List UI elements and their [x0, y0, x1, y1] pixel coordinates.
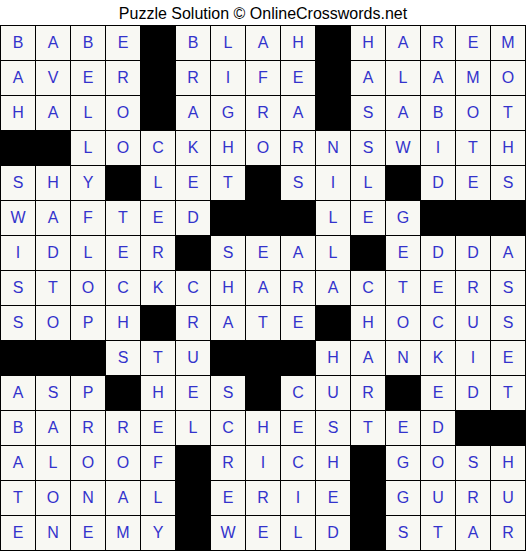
black-cell — [176, 481, 211, 516]
letter-cell: D — [421, 236, 456, 271]
letter-cell: R — [246, 481, 281, 516]
letter-cell: P — [71, 306, 106, 341]
letter-cell: O — [246, 131, 281, 166]
letter-cell: D — [456, 236, 491, 271]
letter-cell: H — [351, 26, 386, 61]
letter-cell: S — [211, 236, 246, 271]
black-cell — [316, 26, 351, 61]
letter-cell: T — [106, 201, 141, 236]
black-cell — [106, 376, 141, 411]
letter-cell: K — [176, 131, 211, 166]
black-cell — [386, 166, 421, 201]
letter-cell: R — [456, 271, 491, 306]
letter-cell: T — [351, 411, 386, 446]
black-cell — [211, 341, 246, 376]
letter-cell: H — [351, 306, 386, 341]
letter-cell: N — [71, 481, 106, 516]
letter-cell: N — [386, 341, 421, 376]
letter-cell: E — [281, 61, 316, 96]
letter-cell: U — [176, 341, 211, 376]
letter-cell: R — [281, 131, 316, 166]
letter-cell: H — [106, 306, 141, 341]
black-cell — [141, 26, 176, 61]
letter-cell: D — [176, 201, 211, 236]
letter-cell: R — [71, 411, 106, 446]
black-cell — [421, 201, 456, 236]
letter-cell: P — [71, 376, 106, 411]
letter-cell: C — [351, 271, 386, 306]
black-cell — [281, 201, 316, 236]
black-cell — [316, 61, 351, 96]
letter-cell: S — [316, 411, 351, 446]
letter-cell: H — [211, 131, 246, 166]
letter-cell: L — [211, 26, 246, 61]
letter-cell: E — [421, 271, 456, 306]
black-cell — [1, 131, 36, 166]
letter-cell: H — [141, 376, 176, 411]
letter-cell: A — [246, 26, 281, 61]
letter-cell: L — [71, 131, 106, 166]
letter-cell: R — [491, 516, 526, 551]
letter-cell: L — [316, 236, 351, 271]
black-cell — [351, 446, 386, 481]
letter-cell: N — [316, 131, 351, 166]
letter-cell: S — [491, 306, 526, 341]
letter-cell: O — [36, 481, 71, 516]
letter-cell: A — [386, 26, 421, 61]
black-cell — [281, 341, 316, 376]
letter-cell: E — [141, 411, 176, 446]
black-cell — [316, 306, 351, 341]
black-cell — [176, 446, 211, 481]
letter-cell: S — [351, 96, 386, 131]
letter-cell: A — [351, 341, 386, 376]
letter-cell: B — [71, 26, 106, 61]
letter-cell: A — [36, 26, 71, 61]
letter-cell: D — [316, 516, 351, 551]
letter-cell: C — [211, 411, 246, 446]
letter-cell: S — [36, 376, 71, 411]
letter-cell: T — [211, 166, 246, 201]
letter-cell: L — [351, 166, 386, 201]
letter-cell: H — [316, 446, 351, 481]
letter-cell: S — [456, 446, 491, 481]
letter-cell: R — [106, 61, 141, 96]
letter-cell: S — [1, 306, 36, 341]
letter-cell: A — [316, 271, 351, 306]
letter-cell: Y — [141, 516, 176, 551]
letter-cell: R — [351, 376, 386, 411]
letter-cell: E — [246, 516, 281, 551]
letter-cell: S — [351, 131, 386, 166]
crossword-grid: BABEBLAHHAREMAVERRIFEALAMOHALOAGRASABOTL… — [0, 25, 526, 551]
letter-cell: S — [386, 516, 421, 551]
black-cell — [351, 236, 386, 271]
letter-cell: F — [141, 446, 176, 481]
black-cell — [36, 341, 71, 376]
letter-cell: O — [386, 306, 421, 341]
letter-cell: R — [246, 96, 281, 131]
letter-cell: B — [1, 26, 36, 61]
letter-cell: B — [176, 26, 211, 61]
letter-cell: I — [316, 166, 351, 201]
letter-cell: A — [1, 446, 36, 481]
letter-cell: R — [421, 26, 456, 61]
letter-cell: E — [106, 26, 141, 61]
letter-cell: O — [71, 271, 106, 306]
letter-cell: M — [456, 61, 491, 96]
letter-cell: E — [456, 166, 491, 201]
letter-cell: E — [456, 26, 491, 61]
letter-cell: U — [491, 481, 526, 516]
letter-cell: A — [36, 411, 71, 446]
letter-cell: L — [281, 516, 316, 551]
black-cell — [351, 481, 386, 516]
letter-cell: B — [421, 96, 456, 131]
black-cell — [1, 341, 36, 376]
letter-cell: E — [71, 516, 106, 551]
letter-cell: I — [281, 481, 316, 516]
letter-cell: R — [211, 446, 246, 481]
letter-cell: I — [246, 446, 281, 481]
letter-cell: U — [316, 376, 351, 411]
letter-cell: E — [386, 411, 421, 446]
black-cell — [246, 166, 281, 201]
letter-cell: W — [386, 131, 421, 166]
black-cell — [36, 131, 71, 166]
letter-cell: N — [36, 516, 71, 551]
letter-cell: C — [281, 446, 316, 481]
letter-cell: T — [421, 516, 456, 551]
letter-cell: L — [71, 236, 106, 271]
black-cell — [176, 236, 211, 271]
letter-cell: G — [386, 446, 421, 481]
letter-cell: S — [211, 376, 246, 411]
letter-cell: S — [491, 166, 526, 201]
black-cell — [141, 96, 176, 131]
letter-cell: E — [421, 376, 456, 411]
letter-cell: G — [386, 481, 421, 516]
letter-cell: L — [141, 166, 176, 201]
letter-cell: S — [1, 271, 36, 306]
letter-cell: R — [456, 481, 491, 516]
letter-cell: E — [351, 201, 386, 236]
letter-cell: O — [71, 446, 106, 481]
letter-cell: V — [36, 61, 71, 96]
letter-cell: D — [421, 166, 456, 201]
letter-cell: S — [281, 166, 316, 201]
letter-cell: D — [456, 376, 491, 411]
letter-cell: F — [246, 61, 281, 96]
letter-cell: E — [176, 166, 211, 201]
letter-cell: A — [1, 376, 36, 411]
letter-cell: L — [176, 411, 211, 446]
letter-cell: M — [106, 516, 141, 551]
letter-cell: E — [386, 236, 421, 271]
letter-cell: O — [106, 446, 141, 481]
letter-cell: T — [456, 131, 491, 166]
letter-cell: T — [36, 271, 71, 306]
letter-cell: S — [1, 166, 36, 201]
black-cell — [491, 411, 526, 446]
letter-cell: H — [491, 131, 526, 166]
letter-cell: A — [456, 516, 491, 551]
letter-cell: T — [246, 306, 281, 341]
letter-cell: L — [71, 96, 106, 131]
black-cell — [176, 516, 211, 551]
letter-cell: T — [491, 96, 526, 131]
letter-cell: A — [351, 61, 386, 96]
black-cell — [491, 201, 526, 236]
letter-cell: E — [71, 61, 106, 96]
letter-cell: L — [316, 201, 351, 236]
letter-cell: O — [456, 96, 491, 131]
letter-cell: S — [491, 271, 526, 306]
letter-cell: A — [36, 96, 71, 131]
letter-cell: A — [421, 61, 456, 96]
letter-cell: O — [106, 96, 141, 131]
letter-cell: A — [281, 236, 316, 271]
letter-cell: U — [456, 306, 491, 341]
letter-cell: H — [281, 26, 316, 61]
letter-cell: T — [1, 481, 36, 516]
letter-cell: I — [421, 131, 456, 166]
letter-cell: T — [386, 271, 421, 306]
letter-cell: H — [491, 446, 526, 481]
letter-cell: A — [246, 271, 281, 306]
letter-cell: C — [106, 271, 141, 306]
letter-cell: O — [491, 61, 526, 96]
letter-cell: A — [1, 61, 36, 96]
letter-cell: E — [106, 236, 141, 271]
letter-cell: H — [211, 271, 246, 306]
letter-cell: H — [316, 341, 351, 376]
letter-cell: T — [491, 376, 526, 411]
puzzle-page: Puzzle Solution © OnlineCrosswords.net B… — [0, 0, 526, 551]
letter-cell: A — [211, 306, 246, 341]
letter-cell: H — [246, 411, 281, 446]
page-title: Puzzle Solution © OnlineCrosswords.net — [0, 0, 526, 25]
black-cell — [246, 341, 281, 376]
black-cell — [211, 201, 246, 236]
black-cell — [141, 61, 176, 96]
letter-cell: S — [106, 341, 141, 376]
letter-cell: A — [176, 96, 211, 131]
letter-cell: U — [421, 481, 456, 516]
letter-cell: C — [281, 376, 316, 411]
letter-cell: D — [421, 411, 456, 446]
black-cell — [141, 306, 176, 341]
black-cell — [316, 96, 351, 131]
letter-cell: I — [1, 236, 36, 271]
letter-cell: M — [491, 26, 526, 61]
letter-cell: A — [491, 236, 526, 271]
letter-cell: D — [36, 236, 71, 271]
letter-cell: T — [141, 341, 176, 376]
letter-cell: F — [71, 201, 106, 236]
letter-cell: E — [141, 201, 176, 236]
letter-cell: H — [36, 166, 71, 201]
letter-cell: H — [1, 96, 36, 131]
black-cell — [246, 201, 281, 236]
letter-cell: A — [36, 201, 71, 236]
letter-cell: B — [1, 411, 36, 446]
letter-cell: R — [141, 236, 176, 271]
letter-cell: W — [211, 516, 246, 551]
letter-cell: W — [1, 201, 36, 236]
letter-cell: K — [141, 271, 176, 306]
letter-cell: C — [141, 131, 176, 166]
black-cell — [106, 166, 141, 201]
black-cell — [456, 411, 491, 446]
letter-cell: A — [281, 96, 316, 131]
letter-cell: E — [281, 411, 316, 446]
black-cell — [386, 376, 421, 411]
letter-cell: C — [421, 306, 456, 341]
letter-cell: E — [211, 481, 246, 516]
black-cell — [71, 341, 106, 376]
letter-cell: O — [421, 446, 456, 481]
black-cell — [456, 201, 491, 236]
letter-cell: L — [386, 61, 421, 96]
letter-cell: R — [106, 411, 141, 446]
letter-cell: Y — [71, 166, 106, 201]
letter-cell: E — [246, 236, 281, 271]
letter-cell: O — [106, 131, 141, 166]
letter-cell: E — [316, 481, 351, 516]
letter-cell: E — [1, 516, 36, 551]
letter-cell: E — [281, 306, 316, 341]
black-cell — [351, 516, 386, 551]
letter-cell: A — [386, 96, 421, 131]
letter-cell: E — [176, 376, 211, 411]
letter-cell: A — [106, 481, 141, 516]
letter-cell: G — [211, 96, 246, 131]
letter-cell: L — [141, 481, 176, 516]
letter-cell: O — [36, 306, 71, 341]
letter-cell: I — [456, 341, 491, 376]
letter-cell: K — [421, 341, 456, 376]
letter-cell: R — [176, 306, 211, 341]
letter-cell: R — [281, 271, 316, 306]
letter-cell: I — [211, 61, 246, 96]
letter-cell: E — [491, 341, 526, 376]
black-cell — [246, 376, 281, 411]
letter-cell: R — [176, 61, 211, 96]
letter-cell: G — [386, 201, 421, 236]
letter-cell: L — [36, 446, 71, 481]
letter-cell: C — [176, 271, 211, 306]
